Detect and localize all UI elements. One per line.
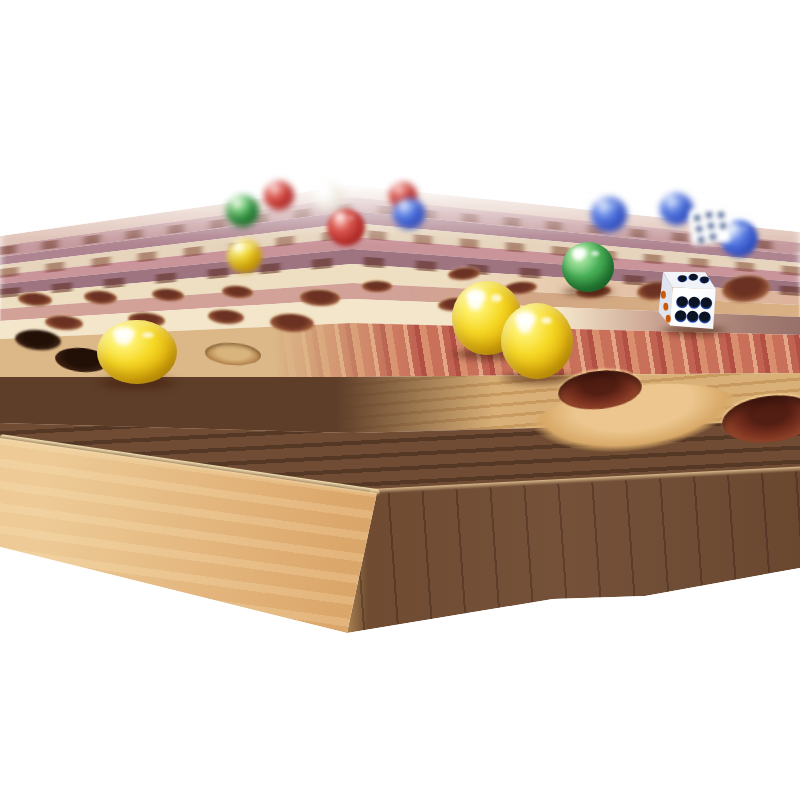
marble-green-1[interactable] [226, 195, 259, 227]
far-die-blurred[interactable] [689, 206, 732, 245]
die-pip-side [666, 315, 671, 323]
marble-yellow-14[interactable] [501, 303, 573, 379]
marble-red-4[interactable] [327, 209, 365, 246]
photo-stage [0, 0, 800, 800]
marble-blue-7[interactable] [591, 197, 627, 232]
die-pip-side [663, 303, 668, 311]
marble-red-2[interactable] [264, 181, 294, 210]
marble-green-11[interactable] [562, 242, 614, 292]
board-hole[interactable] [362, 281, 392, 292]
marble-yellow-10[interactable] [227, 239, 262, 273]
game-board [0, 0, 800, 800]
marble-yellow-12[interactable] [97, 320, 177, 384]
die-pip-side [661, 291, 666, 299]
near-die-showing-six[interactable] [651, 261, 723, 333]
marble-white-3[interactable] [313, 182, 343, 211]
marble-blue-6[interactable] [393, 198, 425, 229]
marble-blue-8[interactable] [660, 193, 693, 225]
